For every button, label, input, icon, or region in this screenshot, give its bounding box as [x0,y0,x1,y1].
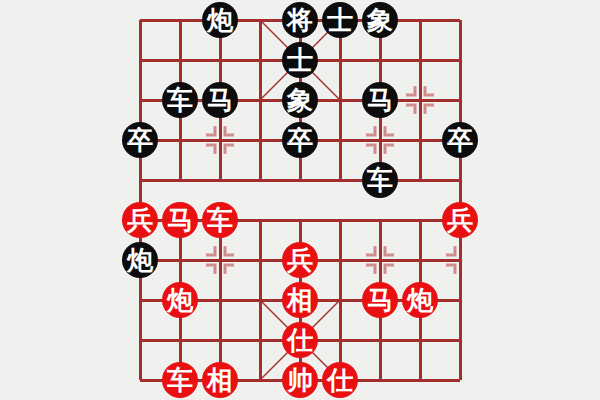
point-0-7[interactable] [120,280,160,320]
point-3-7[interactable] [240,280,280,320]
piece-glyph: 车 [207,207,233,233]
piece-glyph: 卒 [127,127,153,153]
point-5-0[interactable]: 士 [320,0,360,40]
point-7-7[interactable]: 炮 [400,280,440,320]
piece-glyph: 帅 [287,367,313,393]
point-4-1[interactable]: 士 [280,40,320,80]
piece-black-soldier[interactable]: 卒 [122,122,158,158]
piece-glyph: 车 [367,167,393,193]
point-5-2[interactable] [320,80,360,120]
piece-glyph: 兵 [287,247,313,273]
piece-black-cannon[interactable]: 炮 [202,2,238,38]
point-5-1[interactable] [320,40,360,80]
point-4-5[interactable] [280,200,320,240]
point-6-7[interactable]: 马 [360,280,400,320]
point-1-1[interactable] [160,40,200,80]
point-2-0[interactable]: 炮 [200,0,240,40]
point-3-3[interactable] [240,120,280,160]
piece-glyph: 仕 [287,327,313,353]
piece-red-elephant[interactable]: 相 [202,362,238,398]
point-4-4[interactable] [280,160,320,200]
point-7-5[interactable] [400,200,440,240]
point-2-3[interactable] [200,120,240,160]
point-1-9[interactable]: 车 [160,360,200,400]
piece-red-advisor[interactable]: 仕 [322,362,358,398]
piece-glyph: 马 [207,87,233,113]
piece-glyph: 马 [367,287,393,313]
point-6-8[interactable] [360,320,400,360]
point-2-9[interactable]: 相 [200,360,240,400]
piece-black-elephant[interactable]: 象 [282,82,318,118]
piece-glyph: 车 [167,367,193,393]
point-1-2[interactable]: 车 [160,80,200,120]
point-0-3[interactable]: 卒 [120,120,160,160]
point-3-1[interactable] [240,40,280,80]
point-5-5[interactable] [320,200,360,240]
point-4-3[interactable]: 卒 [280,120,320,160]
point-5-9[interactable]: 仕 [320,360,360,400]
piece-glyph: 相 [287,287,313,313]
piece-red-chariot[interactable]: 车 [162,362,198,398]
point-4-9[interactable]: 帅 [280,360,320,400]
point-7-1[interactable] [400,40,440,80]
point-7-2[interactable] [400,80,440,120]
piece-glyph: 卒 [287,127,313,153]
point-3-2[interactable] [240,80,280,120]
point-8-5[interactable]: 兵 [440,200,480,240]
piece-red-general[interactable]: 帅 [282,362,318,398]
point-6-9[interactable] [360,360,400,400]
point-5-7[interactable] [320,280,360,320]
piece-black-soldier[interactable]: 卒 [442,122,478,158]
point-8-7[interactable] [440,280,480,320]
piece-glyph: 士 [287,47,313,73]
piece-red-elephant[interactable]: 相 [282,282,318,318]
point-3-4[interactable] [240,160,280,200]
point-3-5[interactable] [240,200,280,240]
piece-grid: 炮将士象士车马象马卒卒卒车兵马车兵炮兵炮相马炮仕车相帅仕 [120,0,480,400]
point-4-8[interactable]: 仕 [280,320,320,360]
point-7-8[interactable] [400,320,440,360]
point-8-0[interactable] [440,0,480,40]
point-0-5[interactable]: 兵 [120,200,160,240]
piece-red-soldier[interactable]: 兵 [282,242,318,278]
point-2-8[interactable] [200,320,240,360]
point-0-0[interactable] [120,0,160,40]
point-8-2[interactable] [440,80,480,120]
point-2-7[interactable] [200,280,240,320]
piece-red-soldier[interactable]: 兵 [122,202,158,238]
point-5-6[interactable] [320,240,360,280]
point-8-1[interactable] [440,40,480,80]
point-6-4[interactable]: 车 [360,160,400,200]
point-5-8[interactable] [320,320,360,360]
point-4-6[interactable]: 兵 [280,240,320,280]
piece-glyph: 车 [167,87,193,113]
point-8-3[interactable]: 卒 [440,120,480,160]
piece-black-horse[interactable]: 马 [202,82,238,118]
point-3-9[interactable] [240,360,280,400]
point-8-6[interactable] [440,240,480,280]
point-7-3[interactable] [400,120,440,160]
point-2-2[interactable]: 马 [200,80,240,120]
piece-red-cannon[interactable]: 炮 [402,282,438,318]
point-2-4[interactable] [200,160,240,200]
point-4-0[interactable]: 将 [280,0,320,40]
point-6-6[interactable] [360,240,400,280]
piece-glyph: 象 [367,7,393,33]
piece-black-advisor[interactable]: 士 [282,42,318,78]
point-7-4[interactable] [400,160,440,200]
point-1-8[interactable] [160,320,200,360]
piece-red-soldier[interactable]: 兵 [442,202,478,238]
point-3-8[interactable] [240,320,280,360]
piece-glyph: 炮 [207,7,233,33]
point-7-0[interactable] [400,0,440,40]
point-1-0[interactable] [160,0,200,40]
point-0-2[interactable] [120,80,160,120]
piece-black-soldier[interactable]: 卒 [282,122,318,158]
piece-black-horse[interactable]: 马 [362,82,398,118]
point-5-3[interactable] [320,120,360,160]
point-2-1[interactable] [200,40,240,80]
point-2-6[interactable] [200,240,240,280]
point-3-6[interactable] [240,240,280,280]
point-5-4[interactable] [320,160,360,200]
piece-black-chariot[interactable]: 车 [362,162,398,198]
piece-glyph: 将 [287,7,313,33]
piece-glyph: 兵 [447,207,473,233]
point-6-0[interactable]: 象 [360,0,400,40]
point-0-1[interactable] [120,40,160,80]
piece-black-advisor[interactable]: 士 [322,2,358,38]
piece-glyph: 炮 [167,287,193,313]
point-7-6[interactable] [400,240,440,280]
point-1-3[interactable] [160,120,200,160]
piece-glyph: 兵 [127,207,153,233]
piece-glyph: 炮 [127,247,153,273]
piece-red-chariot[interactable]: 车 [202,202,238,238]
point-8-9[interactable] [440,360,480,400]
xiangqi-board: 炮将士象士车马象马卒卒卒车兵马车兵炮兵炮相马炮仕车相帅仕 [0,0,600,400]
point-1-4[interactable] [160,160,200,200]
point-1-5[interactable]: 马 [160,200,200,240]
point-6-2[interactable]: 马 [360,80,400,120]
point-2-5[interactable]: 车 [200,200,240,240]
point-0-9[interactable] [120,360,160,400]
piece-red-cannon[interactable]: 炮 [162,282,198,318]
point-1-7[interactable]: 炮 [160,280,200,320]
point-3-0[interactable] [240,0,280,40]
point-8-4[interactable] [440,160,480,200]
piece-glyph: 仕 [327,367,353,393]
piece-black-general[interactable]: 将 [282,2,318,38]
point-4-2[interactable]: 象 [280,80,320,120]
piece-glyph: 象 [287,87,313,113]
point-1-6[interactable] [160,240,200,280]
piece-glyph: 马 [167,207,193,233]
point-0-8[interactable] [120,320,160,360]
point-6-5[interactable] [360,200,400,240]
point-0-6[interactable]: 炮 [120,240,160,280]
piece-black-cannon[interactable]: 炮 [122,242,158,278]
point-4-7[interactable]: 相 [280,280,320,320]
point-6-3[interactable] [360,120,400,160]
piece-glyph: 卒 [447,127,473,153]
point-8-8[interactable] [440,320,480,360]
piece-black-chariot[interactable]: 车 [162,82,198,118]
piece-black-elephant[interactable]: 象 [362,2,398,38]
piece-glyph: 相 [207,367,233,393]
piece-glyph: 马 [367,87,393,113]
point-6-1[interactable] [360,40,400,80]
piece-red-advisor[interactable]: 仕 [282,322,318,358]
piece-red-horse[interactable]: 马 [162,202,198,238]
point-0-4[interactable] [120,160,160,200]
piece-glyph: 炮 [407,287,433,313]
piece-glyph: 士 [327,7,353,33]
piece-red-horse[interactable]: 马 [362,282,398,318]
point-7-9[interactable] [400,360,440,400]
